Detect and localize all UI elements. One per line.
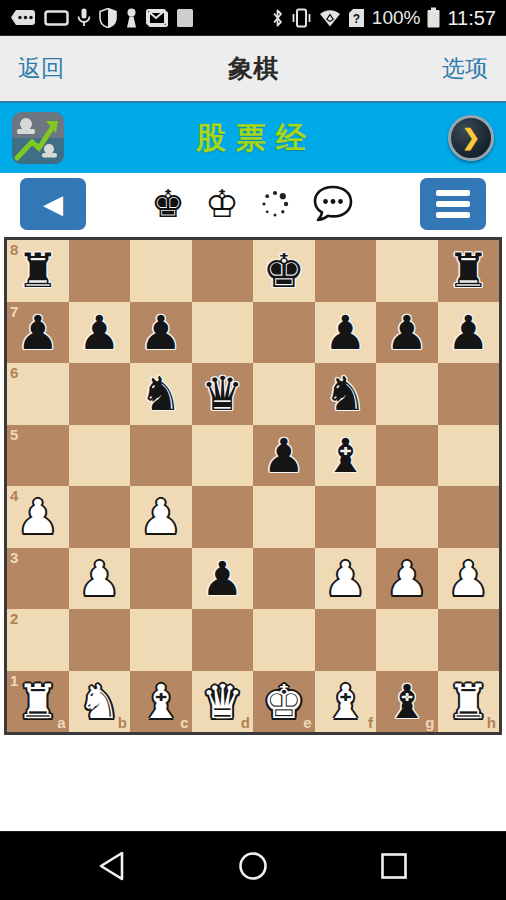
piece-white-bishop[interactable]: ♝ (140, 678, 182, 725)
page-title: 象棋 (228, 52, 278, 85)
options-link[interactable]: 选项 (442, 53, 488, 84)
square-a6[interactable]: 6 (7, 363, 69, 425)
square-d1[interactable]: d♛ (192, 671, 254, 733)
rank-label-8: 8 (10, 242, 18, 257)
square-b8[interactable] (69, 240, 131, 302)
piece-black-pawn[interactable]: ♟ (17, 309, 59, 356)
square-g4[interactable] (376, 486, 438, 548)
square-c6[interactable]: ♞ (130, 363, 192, 425)
piece-white-pawn[interactable]: ♟ (386, 555, 428, 602)
nav-home-icon (238, 851, 268, 881)
square-c8[interactable] (130, 240, 192, 302)
square-h3[interactable]: ♟ (438, 548, 500, 610)
nav-recents-icon (380, 852, 408, 880)
open-arrow-button[interactable]: ❯ (448, 115, 494, 161)
piece-black-pawn[interactable]: ♟ (78, 309, 120, 356)
square-g1[interactable]: g♝ (376, 671, 438, 733)
square-h1[interactable]: h♜ (438, 671, 500, 733)
square-d7[interactable] (192, 302, 254, 364)
notification-more-icon (10, 9, 36, 26)
piece-black-pawn[interactable]: ♟ (324, 309, 366, 356)
piece-white-pawn[interactable]: ♟ (140, 493, 182, 540)
square-e4[interactable] (253, 486, 315, 548)
square-d6[interactable]: ♛ (192, 363, 254, 425)
status-bar: ? 100% 11:57 (0, 0, 506, 36)
rank-label-5: 5 (10, 427, 18, 442)
square-a5[interactable]: 5 (7, 425, 69, 487)
back-button[interactable]: ◀ (20, 178, 86, 230)
piece-white-knight[interactable]: ♞ (78, 678, 120, 725)
nav-recents-button[interactable] (380, 852, 408, 880)
hamburger-icon (436, 190, 470, 218)
toolbar-center: ♚ ♔ (86, 185, 420, 223)
square-e1[interactable]: e♚ (253, 671, 315, 733)
rank-label-2: 2 (10, 611, 18, 626)
square-c5[interactable] (130, 425, 192, 487)
piece-black-bishop[interactable]: ♝ (324, 432, 366, 479)
file-label-a: a (57, 715, 65, 730)
square-e8[interactable]: ♚ (253, 240, 315, 302)
battery-icon (427, 7, 440, 28)
svg-text:?: ? (353, 12, 360, 26)
nav-back-icon (98, 851, 126, 881)
square-a3[interactable]: 3 (7, 548, 69, 610)
square-b7[interactable]: ♟ (69, 302, 131, 364)
square-e5[interactable]: ♟ (253, 425, 315, 487)
square-c7[interactable]: ♟ (130, 302, 192, 364)
square-f7[interactable]: ♟ (315, 302, 377, 364)
spinner-dots-icon[interactable] (259, 188, 291, 220)
phone-screen: ? 100% 11:57 返回 象棋 选项 股票经 ❯ ◀ (0, 0, 506, 900)
square-h5[interactable] (438, 425, 500, 487)
square-f5[interactable]: ♝ (315, 425, 377, 487)
piece-black-king[interactable]: ♚ (263, 247, 305, 294)
white-king-icon[interactable]: ♔ (205, 185, 239, 223)
square-a2[interactable]: 2 (7, 609, 69, 671)
app-header: 返回 象棋 选项 (0, 36, 506, 103)
rank-label-4: 4 (10, 488, 18, 503)
square-e3[interactable] (253, 548, 315, 610)
square-g6[interactable] (376, 363, 438, 425)
square-e6[interactable] (253, 363, 315, 425)
square-a1[interactable]: 1a♜ (7, 671, 69, 733)
square-a8[interactable]: 8♜ (7, 240, 69, 302)
gmail-icon (146, 9, 168, 27)
piece-black-knight[interactable]: ♞ (324, 370, 366, 417)
note-icon (176, 8, 194, 28)
file-label-d: d (241, 715, 250, 730)
square-c1[interactable]: c♝ (130, 671, 192, 733)
clock: 11:57 (447, 8, 496, 28)
square-c3[interactable] (130, 548, 192, 610)
piece-white-rook[interactable]: ♜ (17, 678, 59, 725)
square-g5[interactable] (376, 425, 438, 487)
status-left-icons (10, 8, 194, 28)
rank-label-1: 1 (10, 673, 18, 688)
card-icon (44, 10, 69, 26)
piece-white-bishop[interactable]: ♝ (324, 678, 366, 725)
nav-back-button[interactable] (98, 851, 126, 881)
piece-black-pawn[interactable]: ♟ (201, 555, 243, 602)
ad-banner[interactable]: 股票经 ❯ (0, 103, 506, 173)
square-d3[interactable]: ♟ (192, 548, 254, 610)
chess-board: 8♜♚♜7♟♟♟♟♟♟6♞♛♞5♟♝4♟♟3♟♟♟♟♟21a♜b♞c♝d♛e♚f… (4, 237, 502, 735)
ad-title[interactable]: 股票经 (64, 118, 448, 159)
chat-bubble-icon[interactable] (311, 185, 355, 223)
key-person-icon (125, 8, 138, 28)
square-d8[interactable] (192, 240, 254, 302)
square-h7[interactable]: ♟ (438, 302, 500, 364)
file-label-c: c (180, 715, 188, 730)
file-label-f: f (368, 715, 373, 730)
vpn-wifi-icon (319, 9, 341, 27)
square-f2[interactable] (315, 609, 377, 671)
square-d4[interactable] (192, 486, 254, 548)
piece-white-pawn[interactable]: ♟ (324, 555, 366, 602)
square-f3[interactable]: ♟ (315, 548, 377, 610)
microphone-icon (77, 8, 91, 28)
android-nav-bar (0, 831, 506, 900)
menu-button[interactable] (420, 178, 486, 230)
square-g2[interactable] (376, 609, 438, 671)
piece-black-pawn[interactable]: ♟ (447, 309, 489, 356)
piece-black-rook[interactable]: ♜ (447, 247, 489, 294)
square-e7[interactable] (253, 302, 315, 364)
piece-black-rook[interactable]: ♜ (17, 247, 59, 294)
battery-percent: 100% (372, 8, 421, 27)
square-d5[interactable] (192, 425, 254, 487)
square-g7[interactable]: ♟ (376, 302, 438, 364)
square-g8[interactable] (376, 240, 438, 302)
square-b1[interactable]: b♞ (69, 671, 131, 733)
rank-label-3: 3 (10, 550, 18, 565)
square-h4[interactable] (438, 486, 500, 548)
rank-label-7: 7 (10, 304, 18, 319)
status-right-icons: ? 100% 11:57 (271, 7, 496, 28)
file-label-e: e (303, 715, 311, 730)
square-f8[interactable] (315, 240, 377, 302)
rank-label-6: 6 (10, 365, 18, 380)
square-f1[interactable]: f♝ (315, 671, 377, 733)
square-h6[interactable] (438, 363, 500, 425)
left-triangle-icon: ◀ (43, 191, 63, 217)
board-area: 8♜♚♜7♟♟♟♟♟♟6♞♛♞5♟♝4♟♟3♟♟♟♟♟21a♜b♞c♝d♛e♚f… (0, 235, 506, 831)
back-link[interactable]: 返回 (18, 53, 64, 84)
square-h8[interactable]: ♜ (438, 240, 500, 302)
black-king-icon[interactable]: ♚ (151, 185, 185, 223)
bluetooth-icon (271, 8, 284, 28)
piece-black-queen[interactable]: ♛ (201, 370, 243, 417)
piece-white-pawn[interactable]: ♟ (447, 555, 489, 602)
piece-white-queen[interactable]: ♛ (201, 678, 243, 725)
toolbar: ◀ ♚ ♔ (0, 173, 506, 235)
nav-home-button[interactable] (238, 851, 268, 881)
piece-white-rook[interactable]: ♜ (447, 678, 489, 725)
piece-black-knight[interactable]: ♞ (140, 370, 182, 417)
square-h2[interactable] (438, 609, 500, 671)
square-b3[interactable]: ♟ (69, 548, 131, 610)
square-c2[interactable] (130, 609, 192, 671)
square-f4[interactable] (315, 486, 377, 548)
piece-black-pawn[interactable]: ♟ (140, 309, 182, 356)
square-b2[interactable] (69, 609, 131, 671)
square-d2[interactable] (192, 609, 254, 671)
piece-black-bishop[interactable]: ♝ (386, 678, 428, 725)
stock-chart-app-icon (12, 112, 64, 164)
arrow-right-icon: ❯ (462, 125, 480, 151)
piece-black-pawn[interactable]: ♟ (263, 432, 305, 479)
sim-question-icon: ? (348, 8, 365, 28)
square-a4[interactable]: 4♟ (7, 486, 69, 548)
square-g3[interactable]: ♟ (376, 548, 438, 610)
piece-white-pawn[interactable]: ♟ (78, 555, 120, 602)
file-label-h: h (487, 715, 496, 730)
piece-white-pawn[interactable]: ♟ (17, 493, 59, 540)
square-f6[interactable]: ♞ (315, 363, 377, 425)
square-c4[interactable]: ♟ (130, 486, 192, 548)
piece-white-king[interactable]: ♚ (263, 678, 305, 725)
shield-icon (99, 8, 117, 28)
square-b5[interactable] (69, 425, 131, 487)
file-label-b: b (118, 715, 127, 730)
square-b6[interactable] (69, 363, 131, 425)
square-e2[interactable] (253, 609, 315, 671)
square-b4[interactable] (69, 486, 131, 548)
piece-black-pawn[interactable]: ♟ (386, 309, 428, 356)
square-a7[interactable]: 7♟ (7, 302, 69, 364)
vibrate-icon (291, 8, 312, 28)
file-label-g: g (425, 715, 434, 730)
